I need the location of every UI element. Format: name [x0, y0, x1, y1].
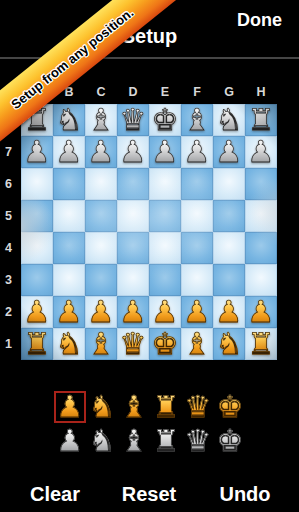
- square-h5[interactable]: [245, 200, 277, 232]
- square-d1[interactable]: ♛: [117, 328, 149, 360]
- square-c4[interactable]: [85, 232, 117, 264]
- square-d6[interactable]: [117, 168, 149, 200]
- square-b2[interactable]: ♟: [53, 296, 85, 328]
- queen-icon: ♛: [185, 425, 212, 457]
- square-a7[interactable]: ♟: [21, 136, 53, 168]
- square-a5[interactable]: [21, 200, 53, 232]
- piece-white-pawn: ♟: [24, 296, 51, 328]
- piece-white-pawn: ♟: [248, 296, 275, 328]
- square-e5[interactable]: [149, 200, 181, 232]
- file-label-F: F: [181, 84, 213, 100]
- rank-label-1: 1: [0, 328, 17, 360]
- square-e1[interactable]: ♚: [149, 328, 181, 360]
- square-f1[interactable]: ♝: [181, 328, 213, 360]
- square-e6[interactable]: [149, 168, 181, 200]
- square-c1[interactable]: ♝: [85, 328, 117, 360]
- piece-black-knight: ♞: [216, 104, 243, 136]
- palette-black-knight[interactable]: ♞: [86, 425, 118, 457]
- square-f3[interactable]: [181, 264, 213, 296]
- square-f7[interactable]: ♟: [181, 136, 213, 168]
- file-label-E: E: [149, 84, 181, 100]
- square-c7[interactable]: ♟: [85, 136, 117, 168]
- square-g1[interactable]: ♞: [213, 328, 245, 360]
- pawn-icon: ♟: [57, 425, 84, 457]
- rank-label-5: 5: [0, 200, 17, 232]
- bishop-icon: ♝: [121, 391, 148, 423]
- square-b5[interactable]: [53, 200, 85, 232]
- piece-white-knight: ♞: [56, 328, 83, 360]
- reset-button[interactable]: Reset: [122, 483, 176, 506]
- palette-white-queen[interactable]: ♛: [182, 391, 214, 423]
- palette-row-white: ♟♞♝♜♛♚: [54, 391, 246, 423]
- piece-white-knight: ♞: [216, 328, 243, 360]
- palette-white-rook[interactable]: ♜: [150, 391, 182, 423]
- king-icon: ♚: [217, 391, 244, 423]
- rank-labels: 87654321: [0, 104, 17, 360]
- piece-white-bishop: ♝: [184, 328, 211, 360]
- piece-black-pawn: ♟: [184, 136, 211, 168]
- piece-black-pawn: ♟: [248, 136, 275, 168]
- square-c3[interactable]: [85, 264, 117, 296]
- square-h4[interactable]: [245, 232, 277, 264]
- done-button[interactable]: Done: [237, 10, 282, 31]
- square-h8[interactable]: ♜: [245, 104, 277, 136]
- square-f2[interactable]: ♟: [181, 296, 213, 328]
- chess-board: ♜♞♝♛♚♝♞♜♟♟♟♟♟♟♟♟♟♟♟♟♟♟♟♟♜♞♝♛♚♝♞♜: [21, 104, 277, 360]
- square-f8[interactable]: ♝: [181, 104, 213, 136]
- square-g8[interactable]: ♞: [213, 104, 245, 136]
- square-e2[interactable]: ♟: [149, 296, 181, 328]
- piece-black-queen: ♛: [120, 104, 147, 136]
- square-a1[interactable]: ♜: [21, 328, 53, 360]
- file-label-G: G: [213, 84, 245, 100]
- square-f4[interactable]: [181, 232, 213, 264]
- file-label-H: H: [245, 84, 277, 100]
- square-d3[interactable]: [117, 264, 149, 296]
- pawn-icon: ♟: [57, 391, 84, 423]
- piece-white-pawn: ♟: [88, 296, 115, 328]
- square-e3[interactable]: [149, 264, 181, 296]
- rank-label-4: 4: [0, 232, 17, 264]
- piece-black-pawn: ♟: [24, 136, 51, 168]
- piece-black-pawn: ♟: [216, 136, 243, 168]
- square-b8[interactable]: ♞: [53, 104, 85, 136]
- square-c5[interactable]: [85, 200, 117, 232]
- palette-white-king[interactable]: ♚: [214, 391, 246, 423]
- square-d8[interactable]: ♛: [117, 104, 149, 136]
- piece-white-king: ♚: [152, 328, 179, 360]
- piece-black-pawn: ♟: [120, 136, 147, 168]
- piece-black-pawn: ♟: [88, 136, 115, 168]
- square-b3[interactable]: [53, 264, 85, 296]
- undo-button[interactable]: Undo: [219, 483, 270, 506]
- rank-label-6: 6: [0, 168, 17, 200]
- square-e7[interactable]: ♟: [149, 136, 181, 168]
- square-g4[interactable]: [213, 232, 245, 264]
- square-c2[interactable]: ♟: [85, 296, 117, 328]
- piece-black-rook: ♜: [248, 104, 275, 136]
- piece-black-pawn: ♟: [56, 136, 83, 168]
- piece-black-pawn: ♟: [152, 136, 179, 168]
- square-a2[interactable]: ♟: [21, 296, 53, 328]
- square-g3[interactable]: [213, 264, 245, 296]
- king-icon: ♚: [217, 425, 244, 457]
- palette-black-queen[interactable]: ♛: [182, 425, 214, 457]
- square-g5[interactable]: [213, 200, 245, 232]
- queen-icon: ♛: [185, 391, 212, 423]
- square-b6[interactable]: [53, 168, 85, 200]
- square-h6[interactable]: [245, 168, 277, 200]
- square-h3[interactable]: [245, 264, 277, 296]
- square-e8[interactable]: ♚: [149, 104, 181, 136]
- piece-white-pawn: ♟: [184, 296, 211, 328]
- square-d4[interactable]: [117, 232, 149, 264]
- piece-black-bishop: ♝: [88, 104, 115, 136]
- square-a6[interactable]: [21, 168, 53, 200]
- piece-white-pawn: ♟: [152, 296, 179, 328]
- square-f6[interactable]: [181, 168, 213, 200]
- square-a3[interactable]: [21, 264, 53, 296]
- rook-icon: ♜: [153, 425, 180, 457]
- palette-white-pawn[interactable]: ♟: [54, 391, 86, 423]
- piece-white-pawn: ♟: [56, 296, 83, 328]
- palette-white-bishop[interactable]: ♝: [118, 391, 150, 423]
- square-g2[interactable]: ♟: [213, 296, 245, 328]
- piece-black-knight: ♞: [56, 104, 83, 136]
- knight-icon: ♞: [89, 391, 116, 423]
- piece-white-pawn: ♟: [216, 296, 243, 328]
- square-h7[interactable]: ♟: [245, 136, 277, 168]
- piece-white-rook: ♜: [24, 328, 51, 360]
- square-g6[interactable]: [213, 168, 245, 200]
- knight-icon: ♞: [89, 425, 116, 457]
- file-label-C: C: [85, 84, 117, 100]
- square-c8[interactable]: ♝: [85, 104, 117, 136]
- rank-label-7: 7: [0, 136, 17, 168]
- square-f5[interactable]: [181, 200, 213, 232]
- piece-white-pawn: ♟: [120, 296, 147, 328]
- square-b1[interactable]: ♞: [53, 328, 85, 360]
- palette-black-rook[interactable]: ♜: [150, 425, 182, 457]
- palette-row-black: ♟♞♝♜♛♚: [54, 425, 246, 457]
- square-h2[interactable]: ♟: [245, 296, 277, 328]
- piece-black-bishop: ♝: [184, 104, 211, 136]
- square-g7[interactable]: ♟: [213, 136, 245, 168]
- rook-icon: ♜: [153, 391, 180, 423]
- square-d5[interactable]: [117, 200, 149, 232]
- piece-palette: ♟♞♝♜♛♚♟♞♝♜♛♚: [54, 391, 246, 457]
- rank-label-3: 3: [0, 264, 17, 296]
- palette-white-knight[interactable]: ♞: [86, 391, 118, 423]
- piece-white-bishop: ♝: [88, 328, 115, 360]
- palette-black-king[interactable]: ♚: [214, 425, 246, 457]
- piece-black-king: ♚: [152, 104, 179, 136]
- square-b7[interactable]: ♟: [53, 136, 85, 168]
- square-a4[interactable]: [21, 232, 53, 264]
- piece-white-queen: ♛: [120, 328, 147, 360]
- file-label-D: D: [117, 84, 149, 100]
- chess-setup-screen: Setup Done ABCDEFGH 87654321 ♜♞♝♛♚♝♞♜♟♟♟…: [0, 0, 299, 512]
- clear-button[interactable]: Clear: [30, 483, 80, 506]
- palette-black-bishop[interactable]: ♝: [118, 425, 150, 457]
- palette-black-pawn[interactable]: ♟: [54, 425, 86, 457]
- square-d2[interactable]: ♟: [117, 296, 149, 328]
- square-h1[interactable]: ♜: [245, 328, 277, 360]
- square-e4[interactable]: [149, 232, 181, 264]
- square-d7[interactable]: ♟: [117, 136, 149, 168]
- rank-label-2: 2: [0, 296, 17, 328]
- square-b4[interactable]: [53, 232, 85, 264]
- bishop-icon: ♝: [121, 425, 148, 457]
- piece-white-rook: ♜: [248, 328, 275, 360]
- square-c6[interactable]: [85, 168, 117, 200]
